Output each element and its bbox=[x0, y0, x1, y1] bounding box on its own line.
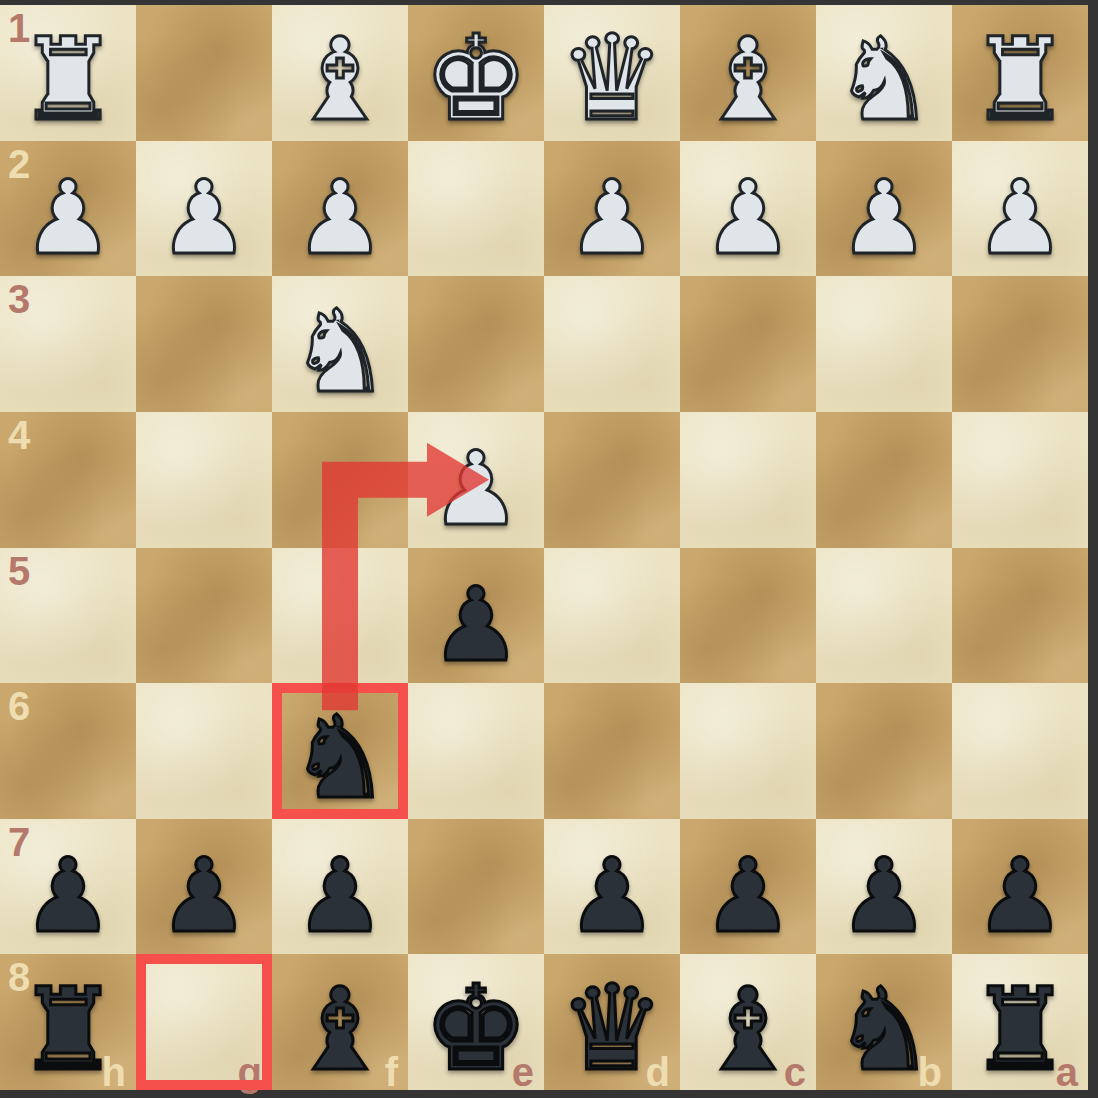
black-bishop[interactable]: ♝ bbox=[680, 954, 816, 1090]
square-f5[interactable] bbox=[272, 548, 408, 684]
highlight-square-g8 bbox=[136, 954, 272, 1090]
square-f8[interactable]: f♝ bbox=[272, 954, 408, 1090]
square-f3[interactable]: ♞ bbox=[272, 276, 408, 412]
white-knight[interactable]: ♞ bbox=[272, 276, 408, 412]
square-g2[interactable]: ♟ bbox=[136, 141, 272, 277]
square-e7[interactable] bbox=[408, 819, 544, 955]
white-pawn[interactable]: ♟ bbox=[136, 141, 272, 277]
rank-label-4: 4 bbox=[8, 415, 30, 455]
square-h8[interactable]: 8h♜ bbox=[0, 954, 136, 1090]
square-c5[interactable] bbox=[680, 548, 816, 684]
square-g7[interactable]: ♟ bbox=[136, 819, 272, 955]
black-pawn[interactable]: ♟ bbox=[408, 548, 544, 684]
square-f2[interactable]: ♟ bbox=[272, 141, 408, 277]
rank-label-3: 3 bbox=[8, 279, 30, 319]
black-knight[interactable]: ♞ bbox=[272, 683, 408, 819]
black-pawn[interactable]: ♟ bbox=[680, 819, 816, 955]
square-b8[interactable]: b♞ bbox=[816, 954, 952, 1090]
square-d1[interactable]: ♛ bbox=[544, 5, 680, 141]
square-h1[interactable]: 1♜ bbox=[0, 5, 136, 141]
black-pawn[interactable]: ♟ bbox=[952, 819, 1088, 955]
square-f7[interactable]: ♟ bbox=[272, 819, 408, 955]
square-b7[interactable]: ♟ bbox=[816, 819, 952, 955]
white-rook[interactable]: ♜ bbox=[0, 5, 136, 141]
square-e5[interactable]: ♟ bbox=[408, 548, 544, 684]
square-h2[interactable]: 2♟ bbox=[0, 141, 136, 277]
square-a7[interactable]: ♟ bbox=[952, 819, 1088, 955]
square-c4[interactable] bbox=[680, 412, 816, 548]
square-d6[interactable] bbox=[544, 683, 680, 819]
white-rook[interactable]: ♜ bbox=[952, 5, 1088, 141]
white-pawn[interactable]: ♟ bbox=[0, 141, 136, 277]
white-pawn[interactable]: ♟ bbox=[952, 141, 1088, 277]
square-d2[interactable]: ♟ bbox=[544, 141, 680, 277]
square-a2[interactable]: ♟ bbox=[952, 141, 1088, 277]
square-e8[interactable]: e♚ bbox=[408, 954, 544, 1090]
white-queen[interactable]: ♛ bbox=[544, 5, 680, 141]
square-h4[interactable]: 4 bbox=[0, 412, 136, 548]
white-pawn[interactable]: ♟ bbox=[272, 141, 408, 277]
black-pawn[interactable]: ♟ bbox=[0, 819, 136, 955]
rank-label-6: 6 bbox=[8, 686, 30, 726]
white-pawn[interactable]: ♟ bbox=[544, 141, 680, 277]
white-king[interactable]: ♚ bbox=[408, 5, 544, 141]
square-a6[interactable] bbox=[952, 683, 1088, 819]
white-bishop[interactable]: ♝ bbox=[680, 5, 816, 141]
black-knight[interactable]: ♞ bbox=[816, 954, 952, 1090]
black-rook[interactable]: ♜ bbox=[0, 954, 136, 1090]
black-pawn[interactable]: ♟ bbox=[544, 819, 680, 955]
chess-board: 1♜♝♚♛♝♞♜2♟♟♟♟♟♟♟3♞4♟5♟6♞7♟♟♟♟♟♟♟8h♜gf♝e♚… bbox=[0, 5, 1088, 1090]
white-pawn[interactable]: ♟ bbox=[408, 412, 544, 548]
square-f1[interactable]: ♝ bbox=[272, 5, 408, 141]
square-d8[interactable]: d♛ bbox=[544, 954, 680, 1090]
square-b2[interactable]: ♟ bbox=[816, 141, 952, 277]
black-pawn[interactable]: ♟ bbox=[272, 819, 408, 955]
square-g5[interactable] bbox=[136, 548, 272, 684]
white-bishop[interactable]: ♝ bbox=[272, 5, 408, 141]
square-a4[interactable] bbox=[952, 412, 1088, 548]
square-h7[interactable]: 7♟ bbox=[0, 819, 136, 955]
square-c1[interactable]: ♝ bbox=[680, 5, 816, 141]
square-d7[interactable]: ♟ bbox=[544, 819, 680, 955]
black-king[interactable]: ♚ bbox=[408, 954, 544, 1090]
square-a1[interactable]: ♜ bbox=[952, 5, 1088, 141]
square-a5[interactable] bbox=[952, 548, 1088, 684]
square-b3[interactable] bbox=[816, 276, 952, 412]
square-e2[interactable] bbox=[408, 141, 544, 277]
square-g4[interactable] bbox=[136, 412, 272, 548]
rank-label-5: 5 bbox=[8, 551, 30, 591]
square-e1[interactable]: ♚ bbox=[408, 5, 544, 141]
black-pawn[interactable]: ♟ bbox=[816, 819, 952, 955]
square-d4[interactable] bbox=[544, 412, 680, 548]
square-b4[interactable] bbox=[816, 412, 952, 548]
square-h5[interactable]: 5 bbox=[0, 548, 136, 684]
square-g3[interactable] bbox=[136, 276, 272, 412]
black-bishop[interactable]: ♝ bbox=[272, 954, 408, 1090]
white-pawn[interactable]: ♟ bbox=[680, 141, 816, 277]
white-knight[interactable]: ♞ bbox=[816, 5, 952, 141]
square-a8[interactable]: a♜ bbox=[952, 954, 1088, 1090]
square-e6[interactable] bbox=[408, 683, 544, 819]
black-rook[interactable]: ♜ bbox=[952, 954, 1088, 1090]
square-d5[interactable] bbox=[544, 548, 680, 684]
square-e4[interactable]: ♟ bbox=[408, 412, 544, 548]
square-h6[interactable]: 6 bbox=[0, 683, 136, 819]
square-f4[interactable] bbox=[272, 412, 408, 548]
square-e3[interactable] bbox=[408, 276, 544, 412]
square-c2[interactable]: ♟ bbox=[680, 141, 816, 277]
square-b6[interactable] bbox=[816, 683, 952, 819]
square-c6[interactable] bbox=[680, 683, 816, 819]
square-a3[interactable] bbox=[952, 276, 1088, 412]
square-f6[interactable]: ♞ bbox=[272, 683, 408, 819]
square-h3[interactable]: 3 bbox=[0, 276, 136, 412]
white-pawn[interactable]: ♟ bbox=[816, 141, 952, 277]
square-b5[interactable] bbox=[816, 548, 952, 684]
square-b1[interactable]: ♞ bbox=[816, 5, 952, 141]
square-c8[interactable]: c♝ bbox=[680, 954, 816, 1090]
chess-app: 1♜♝♚♛♝♞♜2♟♟♟♟♟♟♟3♞4♟5♟6♞7♟♟♟♟♟♟♟8h♜gf♝e♚… bbox=[0, 0, 1098, 1098]
square-g1[interactable] bbox=[136, 5, 272, 141]
black-pawn[interactable]: ♟ bbox=[136, 819, 272, 955]
square-d3[interactable] bbox=[544, 276, 680, 412]
square-g6[interactable] bbox=[136, 683, 272, 819]
square-c7[interactable]: ♟ bbox=[680, 819, 816, 955]
square-c3[interactable] bbox=[680, 276, 816, 412]
black-queen[interactable]: ♛ bbox=[544, 954, 680, 1090]
